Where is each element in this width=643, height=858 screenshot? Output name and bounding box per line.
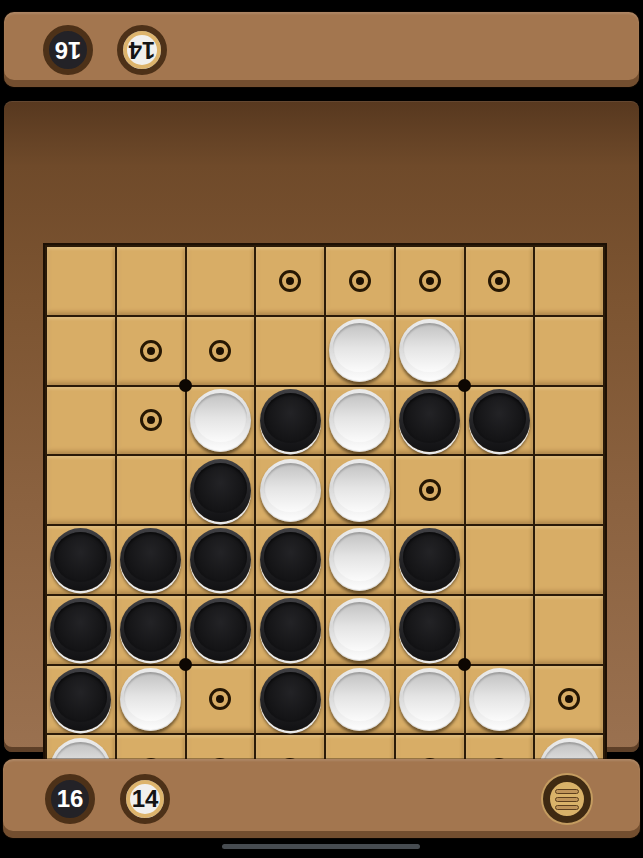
board-cell-d5 (256, 526, 324, 594)
board-cell-f7 (396, 666, 464, 734)
player-white-score-chip: 14 (120, 774, 170, 824)
white-disc (120, 668, 181, 731)
board-cell-f5 (396, 526, 464, 594)
black-disc (190, 598, 251, 661)
white-disc (190, 389, 251, 452)
black-disc (399, 389, 460, 452)
opponent-white-score: 14 (129, 38, 156, 62)
hamburger-menu-icon (555, 797, 579, 802)
board-frame (4, 101, 639, 752)
board-cell-d6 (256, 596, 324, 664)
board-cell-a5 (47, 526, 115, 594)
white-disc (329, 319, 390, 382)
board-cell-f4[interactable] (396, 456, 464, 524)
black-disc (50, 668, 111, 731)
board-cell-b1 (117, 247, 185, 315)
hamburger-menu-icon (555, 789, 579, 794)
board-cell-b4 (117, 456, 185, 524)
board-cell-e1[interactable] (326, 247, 394, 315)
board-cell-e6 (326, 596, 394, 664)
board-cell-c3 (187, 387, 255, 455)
board-cell-b6 (117, 596, 185, 664)
legal-move-hint[interactable] (419, 270, 441, 292)
board-cell-a4 (47, 456, 115, 524)
board-cell-g4 (466, 456, 534, 524)
home-indicator[interactable] (222, 844, 420, 849)
white-disc (329, 528, 390, 591)
hamburger-menu-icon (555, 805, 579, 810)
board-grid (43, 243, 607, 807)
black-disc (260, 668, 321, 731)
black-disc (190, 459, 251, 522)
board-cell-c4 (187, 456, 255, 524)
board-cell-e4 (326, 456, 394, 524)
board-cell-f1[interactable] (396, 247, 464, 315)
white-disc (399, 319, 460, 382)
black-disc (190, 528, 251, 591)
board-cell-e7 (326, 666, 394, 734)
board-cell-f2 (396, 317, 464, 385)
board-cell-c1 (187, 247, 255, 315)
white-disc (399, 668, 460, 731)
board-cell-a2 (47, 317, 115, 385)
board-cell-d2 (256, 317, 324, 385)
board-cell-d7 (256, 666, 324, 734)
player-score-bar: 16 14 (3, 759, 640, 838)
othello-app-screen: 16 14 16 14 (0, 0, 643, 858)
white-disc (329, 389, 390, 452)
board-cell-g5 (466, 526, 534, 594)
player-white-score: 14 (132, 787, 159, 811)
menu-button[interactable] (543, 775, 591, 823)
black-disc (399, 598, 460, 661)
opponent-white-score-chip: 14 (117, 25, 167, 75)
opponent-black-score: 16 (55, 38, 82, 62)
board-cell-b5 (117, 526, 185, 594)
black-disc (260, 389, 321, 452)
black-disc (50, 528, 111, 591)
legal-move-hint[interactable] (419, 479, 441, 501)
board-cell-d3 (256, 387, 324, 455)
white-disc (260, 459, 321, 522)
legal-move-hint[interactable] (140, 409, 162, 431)
board-cell-e3 (326, 387, 394, 455)
board-cell-a3 (47, 387, 115, 455)
legal-move-hint[interactable] (488, 270, 510, 292)
black-disc (469, 389, 530, 452)
white-disc (329, 459, 390, 522)
legal-move-hint[interactable] (558, 688, 580, 710)
black-disc (260, 528, 321, 591)
board-cell-e5 (326, 526, 394, 594)
board-cell-b7 (117, 666, 185, 734)
black-disc (399, 528, 460, 591)
board-cell-g6 (466, 596, 534, 664)
board-cell-d1[interactable] (256, 247, 324, 315)
opponent-score-bar: 16 14 (4, 12, 639, 87)
white-disc (469, 668, 530, 731)
legal-move-hint[interactable] (349, 270, 371, 292)
white-disc (329, 598, 390, 661)
black-disc (120, 528, 181, 591)
board-cell-g3 (466, 387, 534, 455)
legal-move-hint[interactable] (209, 340, 231, 362)
board-cell-h6 (535, 596, 603, 664)
board-cell-c5 (187, 526, 255, 594)
board-cell-c2[interactable] (187, 317, 255, 385)
board-cell-d4 (256, 456, 324, 524)
board-cell-f3 (396, 387, 464, 455)
board-cell-f6 (396, 596, 464, 664)
legal-move-hint[interactable] (209, 688, 231, 710)
white-disc (329, 668, 390, 731)
board-cell-h1 (535, 247, 603, 315)
board-cell-c6 (187, 596, 255, 664)
board-cell-e2 (326, 317, 394, 385)
board-cell-g7 (466, 666, 534, 734)
board-cell-h3 (535, 387, 603, 455)
board-cell-b2[interactable] (117, 317, 185, 385)
board-cell-b3[interactable] (117, 387, 185, 455)
board-cell-h5 (535, 526, 603, 594)
board-cell-a1 (47, 247, 115, 315)
player-black-score-chip: 16 (45, 774, 95, 824)
board-cell-c7[interactable] (187, 666, 255, 734)
board-cell-g1[interactable] (466, 247, 534, 315)
opponent-black-score-chip: 16 (43, 25, 93, 75)
black-disc (120, 598, 181, 661)
player-black-score: 16 (57, 787, 84, 811)
legal-move-hint[interactable] (140, 340, 162, 362)
board-cell-h2 (535, 317, 603, 385)
board-cell-a7 (47, 666, 115, 734)
board-cell-g2 (466, 317, 534, 385)
board-cell-h7[interactable] (535, 666, 603, 734)
board-cell-a6 (47, 596, 115, 664)
black-disc (50, 598, 111, 661)
black-disc (260, 598, 321, 661)
legal-move-hint[interactable] (279, 270, 301, 292)
board-cell-h4 (535, 456, 603, 524)
